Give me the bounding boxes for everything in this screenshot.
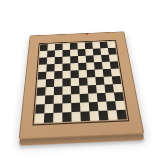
board-tilt-wrapper <box>22 13 136 147</box>
board-square[interactable] <box>71 112 80 122</box>
board-square[interactable] <box>44 104 53 113</box>
yellow-dust-speck <box>113 35 115 37</box>
board-square[interactable] <box>116 110 127 120</box>
draughts-board <box>19 31 145 139</box>
board-square[interactable] <box>115 101 125 110</box>
board-square[interactable] <box>53 103 62 112</box>
board-perspective-wrapper <box>18 31 146 145</box>
board-square[interactable] <box>62 112 71 122</box>
board-square[interactable] <box>44 113 53 123</box>
red-dust-speck <box>86 33 88 35</box>
board-square[interactable] <box>53 113 62 123</box>
board-square[interactable] <box>71 103 80 112</box>
photo-scene <box>0 0 160 160</box>
board-square[interactable] <box>54 95 63 104</box>
board-playfield <box>32 40 129 126</box>
board-square[interactable] <box>62 103 71 112</box>
